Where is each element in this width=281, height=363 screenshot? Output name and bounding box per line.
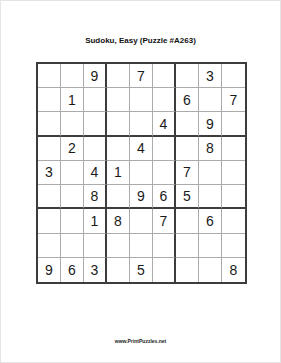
puzzle-title: Sudoku, Easy (Puzzle #A263)	[1, 36, 280, 45]
cell-r5c6	[153, 161, 176, 185]
cell-r1c3: 9	[84, 64, 107, 88]
cell-r7c2	[61, 209, 84, 233]
cell-r2c7: 6	[176, 88, 199, 112]
cell-r2c8	[199, 88, 222, 112]
cell-r9c4	[107, 258, 130, 282]
cell-r2c2: 1	[61, 88, 84, 112]
cell-r6c4	[107, 185, 130, 209]
cell-r4c1	[38, 137, 61, 161]
cell-r3c5	[130, 112, 153, 136]
cell-r9c8	[199, 258, 222, 282]
cell-r6c1	[38, 185, 61, 209]
cell-r3c4	[107, 112, 130, 136]
cell-r6c5: 9	[130, 185, 153, 209]
cell-r6c9	[222, 185, 245, 209]
cell-r9c6	[153, 258, 176, 282]
cell-r6c3: 8	[84, 185, 107, 209]
cell-r1c1	[38, 64, 61, 88]
cell-r7c8: 6	[199, 209, 222, 233]
cell-r5c7: 7	[176, 161, 199, 185]
cell-r9c2: 6	[61, 258, 84, 282]
cell-r2c1	[38, 88, 61, 112]
cell-r2c4	[107, 88, 130, 112]
cell-r6c8	[199, 185, 222, 209]
cell-r9c7	[176, 258, 199, 282]
cell-r7c3: 1	[84, 209, 107, 233]
cell-r9c9: 8	[222, 258, 245, 282]
cell-r4c6	[153, 137, 176, 161]
cell-r1c9	[222, 64, 245, 88]
cell-r1c7	[176, 64, 199, 88]
cell-r7c1	[38, 209, 61, 233]
cell-r3c8: 9	[199, 112, 222, 136]
cell-r5c5	[130, 161, 153, 185]
cell-r6c7: 5	[176, 185, 199, 209]
cell-r5c4: 1	[107, 161, 130, 185]
cell-r5c8	[199, 161, 222, 185]
cell-r6c6: 6	[153, 185, 176, 209]
cell-r8c1	[38, 234, 61, 258]
cell-r9c1: 9	[38, 258, 61, 282]
cell-r8c8	[199, 234, 222, 258]
cell-r8c3	[84, 234, 107, 258]
cell-r3c6: 4	[153, 112, 176, 136]
printable-puzzle-page: Sudoku, Easy (Puzzle #A263) 973167492483…	[0, 0, 281, 363]
cell-r7c6: 7	[153, 209, 176, 233]
sudoku-board: 9731674924834178965187696358	[36, 62, 247, 284]
cell-r7c5	[130, 209, 153, 233]
cell-r3c3	[84, 112, 107, 136]
cell-r3c1	[38, 112, 61, 136]
cell-r4c2: 2	[61, 137, 84, 161]
cell-r9c5: 5	[130, 258, 153, 282]
cell-r6c2	[61, 185, 84, 209]
cell-r5c2	[61, 161, 84, 185]
cell-r9c3: 3	[84, 258, 107, 282]
cell-r1c5: 7	[130, 64, 153, 88]
cell-r3c9	[222, 112, 245, 136]
cell-r4c8: 8	[199, 137, 222, 161]
cell-r2c3	[84, 88, 107, 112]
cell-r1c6	[153, 64, 176, 88]
cell-r8c2	[61, 234, 84, 258]
cell-r2c9: 7	[222, 88, 245, 112]
cell-r3c7	[176, 112, 199, 136]
cell-r5c3: 4	[84, 161, 107, 185]
cell-r7c7	[176, 209, 199, 233]
cell-r1c8: 3	[199, 64, 222, 88]
cell-r4c5: 4	[130, 137, 153, 161]
cell-r4c7	[176, 137, 199, 161]
cell-r8c9	[222, 234, 245, 258]
cell-r2c5	[130, 88, 153, 112]
cell-r3c2	[61, 112, 84, 136]
cell-r1c2	[61, 64, 84, 88]
cell-r4c4	[107, 137, 130, 161]
cell-r7c4: 8	[107, 209, 130, 233]
cell-r8c6	[153, 234, 176, 258]
cell-r4c3	[84, 137, 107, 161]
cell-r4c9	[222, 137, 245, 161]
cell-r8c7	[176, 234, 199, 258]
cell-r1c4	[107, 64, 130, 88]
cell-r7c9	[222, 209, 245, 233]
cell-r8c4	[107, 234, 130, 258]
source-url-text: www.PrintPuzzles.net	[1, 338, 280, 344]
cell-r2c6	[153, 88, 176, 112]
cell-r5c9	[222, 161, 245, 185]
cell-r8c5	[130, 234, 153, 258]
cell-r5c1: 3	[38, 161, 61, 185]
